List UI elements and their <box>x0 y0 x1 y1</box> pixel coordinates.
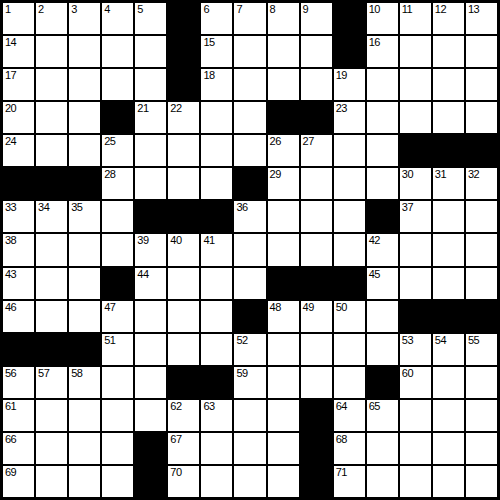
clue-number: 8 <box>270 3 276 15</box>
white-cell[interactable]: 1 <box>3 3 34 34</box>
white-cell[interactable]: 31 <box>433 168 464 199</box>
white-cell[interactable] <box>268 69 299 100</box>
clue-number: 53 <box>402 334 413 346</box>
white-cell[interactable] <box>367 334 398 365</box>
white-cell[interactable]: 52 <box>234 334 265 365</box>
black-cell <box>168 201 199 232</box>
white-cell[interactable]: 70 <box>168 466 199 497</box>
white-cell[interactable] <box>36 69 67 100</box>
clue-number: 47 <box>104 301 115 313</box>
black-cell <box>334 268 365 299</box>
black-cell <box>466 301 497 332</box>
white-cell[interactable] <box>234 69 265 100</box>
clue-number: 21 <box>137 102 148 114</box>
white-cell[interactable] <box>334 234 365 265</box>
black-cell <box>36 334 67 365</box>
white-cell[interactable]: 29 <box>268 168 299 199</box>
white-cell[interactable] <box>69 234 100 265</box>
clue-number: 4 <box>104 3 110 15</box>
white-cell[interactable] <box>301 234 332 265</box>
white-cell[interactable] <box>433 367 464 398</box>
white-cell[interactable] <box>400 268 431 299</box>
white-cell[interactable] <box>201 301 232 332</box>
white-cell[interactable]: 30 <box>400 168 431 199</box>
white-cell[interactable]: 3 <box>69 3 100 34</box>
white-cell[interactable] <box>69 466 100 497</box>
white-cell[interactable]: 11 <box>400 3 431 34</box>
clue-number: 16 <box>369 36 380 48</box>
white-cell[interactable]: 43 <box>3 268 34 299</box>
white-cell[interactable] <box>367 433 398 464</box>
white-cell[interactable] <box>268 433 299 464</box>
white-cell[interactable] <box>69 102 100 133</box>
white-cell[interactable] <box>135 334 166 365</box>
white-cell[interactable] <box>201 433 232 464</box>
clue-number: 1 <box>5 3 11 15</box>
clue-number: 5 <box>137 3 143 15</box>
clue-number: 43 <box>5 268 16 280</box>
white-cell[interactable] <box>102 400 133 431</box>
white-cell[interactable]: 14 <box>3 36 34 67</box>
white-cell[interactable] <box>102 367 133 398</box>
white-cell[interactable]: 23 <box>334 102 365 133</box>
white-cell[interactable] <box>466 102 497 133</box>
clue-number: 38 <box>5 234 16 246</box>
white-cell[interactable]: 17 <box>3 69 34 100</box>
white-cell[interactable] <box>36 433 67 464</box>
white-cell[interactable] <box>367 168 398 199</box>
white-cell[interactable]: 41 <box>201 234 232 265</box>
white-cell[interactable] <box>69 268 100 299</box>
black-cell <box>135 201 166 232</box>
black-cell <box>301 433 332 464</box>
white-cell[interactable]: 6 <box>201 3 232 34</box>
white-cell[interactable]: 34 <box>36 201 67 232</box>
white-cell[interactable] <box>168 168 199 199</box>
white-cell[interactable]: 42 <box>367 234 398 265</box>
white-cell[interactable] <box>102 234 133 265</box>
clue-number: 42 <box>369 234 380 246</box>
white-cell[interactable] <box>69 400 100 431</box>
white-cell[interactable] <box>36 400 67 431</box>
clue-number: 61 <box>5 400 16 412</box>
clue-number: 7 <box>236 3 242 15</box>
white-cell[interactable] <box>168 135 199 166</box>
white-cell[interactable] <box>69 69 100 100</box>
white-cell[interactable]: 8 <box>268 3 299 34</box>
white-cell[interactable] <box>301 168 332 199</box>
white-cell[interactable] <box>268 400 299 431</box>
white-cell[interactable]: 69 <box>3 466 34 497</box>
white-cell[interactable]: 64 <box>334 400 365 431</box>
clue-number: 51 <box>104 334 115 346</box>
white-cell[interactable] <box>201 334 232 365</box>
white-cell[interactable] <box>201 102 232 133</box>
clue-number: 25 <box>104 135 115 147</box>
white-cell[interactable] <box>201 168 232 199</box>
clue-number: 66 <box>5 433 16 445</box>
white-cell[interactable] <box>36 135 67 166</box>
white-cell[interactable]: 55 <box>466 334 497 365</box>
white-cell[interactable]: 27 <box>301 135 332 166</box>
white-cell[interactable]: 25 <box>102 135 133 166</box>
white-cell[interactable] <box>268 36 299 67</box>
clue-number: 49 <box>303 301 314 313</box>
white-cell[interactable]: 9 <box>301 3 332 34</box>
black-cell <box>268 102 299 133</box>
white-cell[interactable] <box>268 234 299 265</box>
clue-number: 45 <box>369 268 380 280</box>
white-cell[interactable] <box>466 69 497 100</box>
black-cell <box>135 433 166 464</box>
white-cell[interactable] <box>400 234 431 265</box>
black-cell <box>3 334 34 365</box>
white-cell[interactable]: 56 <box>3 367 34 398</box>
white-cell[interactable] <box>135 301 166 332</box>
white-cell[interactable]: 44 <box>135 268 166 299</box>
white-cell[interactable] <box>168 334 199 365</box>
clue-number: 60 <box>402 367 413 379</box>
white-cell[interactable] <box>102 466 133 497</box>
clue-number: 33 <box>5 201 16 213</box>
white-cell[interactable]: 46 <box>3 301 34 332</box>
white-cell[interactable]: 57 <box>36 367 67 398</box>
clue-number: 44 <box>137 268 148 280</box>
black-cell <box>201 201 232 232</box>
white-cell[interactable] <box>466 400 497 431</box>
clue-number: 59 <box>236 367 247 379</box>
clue-number: 46 <box>5 301 16 313</box>
black-cell <box>102 268 133 299</box>
white-cell[interactable] <box>466 234 497 265</box>
white-cell[interactable] <box>433 69 464 100</box>
white-cell[interactable] <box>433 102 464 133</box>
clue-number: 10 <box>369 3 380 15</box>
white-cell[interactable] <box>466 367 497 398</box>
white-cell[interactable] <box>367 69 398 100</box>
white-cell[interactable] <box>334 135 365 166</box>
white-cell[interactable]: 40 <box>168 234 199 265</box>
black-cell <box>268 268 299 299</box>
white-cell[interactable] <box>301 69 332 100</box>
white-cell[interactable] <box>234 400 265 431</box>
white-cell[interactable] <box>433 433 464 464</box>
white-cell[interactable] <box>268 367 299 398</box>
white-cell[interactable]: 45 <box>367 268 398 299</box>
white-cell[interactable] <box>36 102 67 133</box>
white-cell[interactable]: 54 <box>433 334 464 365</box>
white-cell[interactable] <box>433 36 464 67</box>
clue-number: 28 <box>104 168 115 180</box>
clue-number: 2 <box>38 3 44 15</box>
white-cell[interactable]: 62 <box>168 400 199 431</box>
white-cell[interactable] <box>69 433 100 464</box>
white-cell[interactable]: 67 <box>168 433 199 464</box>
white-cell[interactable] <box>268 334 299 365</box>
white-cell[interactable]: 35 <box>69 201 100 232</box>
white-cell[interactable] <box>135 168 166 199</box>
clue-number: 58 <box>71 367 82 379</box>
black-cell <box>301 268 332 299</box>
white-cell[interactable]: 24 <box>3 135 34 166</box>
white-cell[interactable] <box>301 367 332 398</box>
clue-number: 27 <box>303 135 314 147</box>
white-cell[interactable]: 38 <box>3 234 34 265</box>
black-cell <box>301 466 332 497</box>
clue-number: 17 <box>5 69 16 81</box>
black-cell <box>234 168 265 199</box>
clue-number: 40 <box>170 234 181 246</box>
black-cell <box>168 367 199 398</box>
white-cell[interactable] <box>367 301 398 332</box>
white-cell[interactable]: 16 <box>367 36 398 67</box>
white-cell[interactable]: 4 <box>102 3 133 34</box>
white-cell[interactable] <box>135 400 166 431</box>
white-cell[interactable] <box>466 268 497 299</box>
white-cell[interactable] <box>466 36 497 67</box>
white-cell[interactable]: 47 <box>102 301 133 332</box>
white-cell[interactable] <box>400 36 431 67</box>
white-cell[interactable] <box>433 466 464 497</box>
white-cell[interactable]: 53 <box>400 334 431 365</box>
white-cell[interactable]: 12 <box>433 3 464 34</box>
clue-number: 19 <box>336 69 347 81</box>
clue-number: 32 <box>468 168 479 180</box>
black-cell <box>168 36 199 67</box>
clue-number: 18 <box>203 69 214 81</box>
white-cell[interactable]: 19 <box>334 69 365 100</box>
crossword-board: 1234567891011121314151617181920212223242… <box>0 0 500 500</box>
white-cell[interactable] <box>400 102 431 133</box>
black-cell <box>234 301 265 332</box>
white-cell[interactable] <box>102 201 133 232</box>
clue-number: 26 <box>270 135 281 147</box>
black-cell <box>301 400 332 431</box>
black-cell <box>334 36 365 67</box>
white-cell[interactable] <box>201 135 232 166</box>
white-cell[interactable]: 50 <box>334 301 365 332</box>
clue-number: 63 <box>203 400 214 412</box>
black-cell <box>201 367 232 398</box>
white-cell[interactable]: 33 <box>3 201 34 232</box>
white-cell[interactable]: 15 <box>201 36 232 67</box>
white-cell[interactable] <box>69 135 100 166</box>
crossword-puzzle: 1234567891011121314151617181920212223242… <box>0 0 500 500</box>
white-cell[interactable] <box>433 234 464 265</box>
clue-number: 6 <box>203 3 209 15</box>
clue-number: 15 <box>203 36 214 48</box>
white-cell[interactable]: 13 <box>466 3 497 34</box>
white-cell[interactable] <box>234 36 265 67</box>
clue-number: 9 <box>303 3 309 15</box>
white-cell[interactable]: 68 <box>334 433 365 464</box>
white-cell[interactable] <box>36 234 67 265</box>
black-cell <box>3 168 34 199</box>
clue-number: 69 <box>5 466 16 478</box>
white-cell[interactable] <box>367 135 398 166</box>
clue-number: 52 <box>236 334 247 346</box>
white-cell[interactable]: 63 <box>201 400 232 431</box>
white-cell[interactable] <box>400 400 431 431</box>
black-cell <box>168 69 199 100</box>
black-cell <box>168 3 199 34</box>
white-cell[interactable]: 28 <box>102 168 133 199</box>
white-cell[interactable]: 36 <box>234 201 265 232</box>
white-cell[interactable]: 32 <box>466 168 497 199</box>
white-cell[interactable] <box>433 268 464 299</box>
white-cell[interactable] <box>102 69 133 100</box>
white-cell[interactable]: 61 <box>3 400 34 431</box>
white-cell[interactable] <box>201 268 232 299</box>
clue-number: 55 <box>468 334 479 346</box>
white-cell[interactable] <box>36 301 67 332</box>
white-cell[interactable] <box>234 102 265 133</box>
white-cell[interactable]: 20 <box>3 102 34 133</box>
white-cell[interactable] <box>466 201 497 232</box>
clue-number: 24 <box>5 135 16 147</box>
white-cell[interactable] <box>301 36 332 67</box>
clue-number: 37 <box>402 201 413 213</box>
white-cell[interactable]: 39 <box>135 234 166 265</box>
clue-number: 68 <box>336 433 347 445</box>
black-cell <box>135 466 166 497</box>
white-cell[interactable] <box>301 201 332 232</box>
white-cell[interactable] <box>135 69 166 100</box>
white-cell[interactable] <box>367 102 398 133</box>
white-cell[interactable]: 22 <box>168 102 199 133</box>
white-cell[interactable]: 10 <box>367 3 398 34</box>
white-cell[interactable]: 48 <box>268 301 299 332</box>
white-cell[interactable]: 66 <box>3 433 34 464</box>
white-cell[interactable]: 26 <box>268 135 299 166</box>
white-cell[interactable] <box>69 301 100 332</box>
clue-number: 14 <box>5 36 16 48</box>
clue-number: 67 <box>170 433 181 445</box>
white-cell[interactable] <box>234 234 265 265</box>
black-cell <box>102 102 133 133</box>
white-cell[interactable] <box>268 201 299 232</box>
white-cell[interactable] <box>135 367 166 398</box>
black-cell <box>69 168 100 199</box>
clue-number: 31 <box>435 168 446 180</box>
black-cell <box>466 135 497 166</box>
clue-number: 54 <box>435 334 446 346</box>
clue-number: 41 <box>203 234 214 246</box>
white-cell[interactable]: 58 <box>69 367 100 398</box>
white-cell[interactable] <box>69 36 100 67</box>
white-cell[interactable]: 51 <box>102 334 133 365</box>
clue-number: 34 <box>38 201 49 213</box>
white-cell[interactable] <box>400 69 431 100</box>
clue-number: 65 <box>369 400 380 412</box>
clue-number: 56 <box>5 367 16 379</box>
white-cell[interactable] <box>135 135 166 166</box>
clue-number: 36 <box>236 201 247 213</box>
black-cell <box>69 334 100 365</box>
clue-number: 35 <box>71 201 82 213</box>
white-cell[interactable]: 37 <box>400 201 431 232</box>
white-cell[interactable]: 60 <box>400 367 431 398</box>
clue-number: 71 <box>336 466 347 478</box>
white-cell[interactable] <box>400 433 431 464</box>
white-cell[interactable]: 21 <box>135 102 166 133</box>
clue-number: 48 <box>270 301 281 313</box>
clue-number: 12 <box>435 3 446 15</box>
white-cell[interactable] <box>135 36 166 67</box>
clue-number: 29 <box>270 168 281 180</box>
clue-number: 50 <box>336 301 347 313</box>
black-cell <box>334 3 365 34</box>
white-cell[interactable] <box>234 135 265 166</box>
white-cell[interactable]: 7 <box>234 3 265 34</box>
black-cell <box>400 135 431 166</box>
white-cell[interactable] <box>367 466 398 497</box>
black-cell <box>433 301 464 332</box>
black-cell <box>433 135 464 166</box>
clue-number: 20 <box>5 102 16 114</box>
white-cell[interactable] <box>102 36 133 67</box>
white-cell[interactable] <box>234 433 265 464</box>
white-cell[interactable]: 71 <box>334 466 365 497</box>
clue-number: 57 <box>38 367 49 379</box>
white-cell[interactable]: 18 <box>201 69 232 100</box>
clue-number: 3 <box>71 3 77 15</box>
clue-number: 22 <box>170 102 181 114</box>
white-cell[interactable] <box>433 201 464 232</box>
white-cell[interactable]: 5 <box>135 3 166 34</box>
clue-number: 30 <box>402 168 413 180</box>
white-cell[interactable] <box>334 367 365 398</box>
white-cell[interactable] <box>201 466 232 497</box>
white-cell[interactable] <box>36 268 67 299</box>
clue-number: 23 <box>336 102 347 114</box>
white-cell[interactable] <box>234 466 265 497</box>
white-cell[interactable] <box>334 168 365 199</box>
clue-number: 64 <box>336 400 347 412</box>
clue-number: 13 <box>468 3 479 15</box>
white-cell[interactable] <box>466 466 497 497</box>
white-cell[interactable] <box>168 268 199 299</box>
white-cell[interactable] <box>102 433 133 464</box>
black-cell <box>36 168 67 199</box>
clue-number: 39 <box>137 234 148 246</box>
white-cell[interactable] <box>168 301 199 332</box>
white-cell[interactable]: 49 <box>301 301 332 332</box>
white-cell[interactable] <box>234 268 265 299</box>
white-cell[interactable] <box>334 201 365 232</box>
white-cell[interactable] <box>400 466 431 497</box>
black-cell <box>301 102 332 133</box>
clue-number: 11 <box>402 3 412 15</box>
white-cell[interactable]: 59 <box>234 367 265 398</box>
clue-number: 62 <box>170 400 181 412</box>
white-cell[interactable] <box>301 334 332 365</box>
white-cell[interactable] <box>36 466 67 497</box>
clue-number: 70 <box>170 466 181 478</box>
white-cell[interactable]: 65 <box>367 400 398 431</box>
white-cell[interactable] <box>433 400 464 431</box>
black-cell <box>367 367 398 398</box>
white-cell[interactable] <box>334 334 365 365</box>
white-cell[interactable] <box>466 433 497 464</box>
black-cell <box>367 201 398 232</box>
black-cell <box>400 301 431 332</box>
white-cell[interactable] <box>268 466 299 497</box>
white-cell[interactable] <box>36 36 67 67</box>
white-cell[interactable]: 2 <box>36 3 67 34</box>
